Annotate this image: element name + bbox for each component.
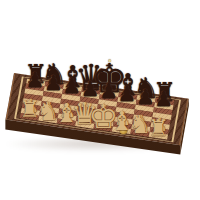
piece-black-pawn-a7: ♟: [26, 70, 45, 91]
piece-black-pawn-g7: ♟: [136, 86, 155, 107]
piece-black-pawn-h7: ♟: [154, 89, 173, 110]
piece-black-pawn-f7: ♟: [118, 84, 137, 105]
chess-set-photo: ♜♞♝♛♚♝♞♜♟♟♟♟♟♟♟♟♟♟♟♟♟♟♟♟♜♞♝♛♚♝♞♜: [0, 0, 200, 200]
piece-black-pawn-c7: ♟: [62, 75, 81, 96]
piece-white-rook-h1: ♜: [148, 117, 169, 140]
king-finial-icon: [108, 59, 111, 62]
pieces-layer: ♜♞♝♛♚♝♞♜♟♟♟♟♟♟♟♟♟♟♟♟♟♟♟♟♜♞♝♛♚♝♞♜: [0, 0, 200, 200]
piece-black-pawn-b7: ♟: [44, 73, 63, 94]
